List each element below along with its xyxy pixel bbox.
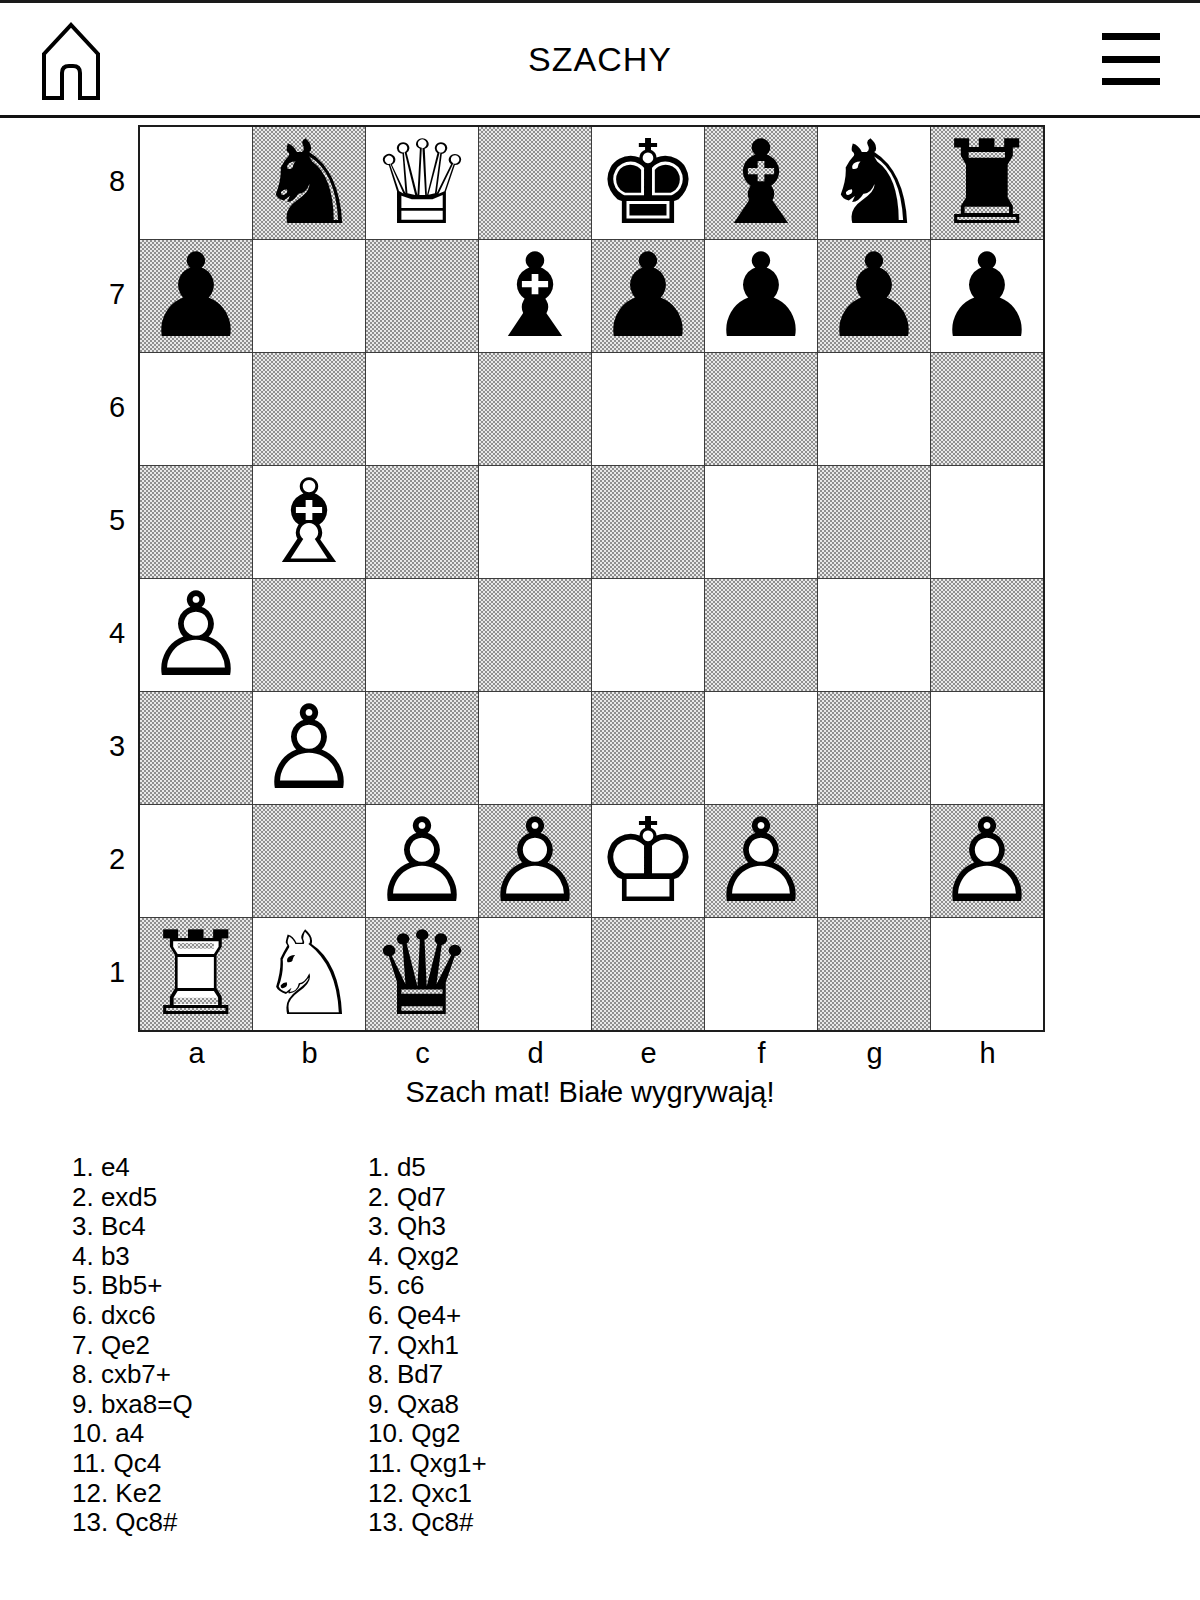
square-b7[interactable] — [253, 240, 365, 352]
white-pawn: ♟♙ — [931, 805, 1043, 917]
move-row: 1. d5 — [368, 1153, 664, 1183]
square-a2[interactable] — [140, 805, 252, 917]
menu-button[interactable] — [1102, 33, 1160, 85]
move-row: 13. Qc8# — [368, 1508, 664, 1538]
square-h6[interactable] — [931, 353, 1043, 465]
square-e2[interactable]: ♚♔ — [592, 805, 704, 917]
square-h8[interactable]: ♜ — [931, 127, 1043, 239]
square-h5[interactable] — [931, 466, 1043, 578]
board-area: 87654321 ♞♛♕♚♝♞♜♟♝♟♟♟♟♝♗♟♙♟♙♟♙♟♙♚♔♟♙♟♙♜♖… — [96, 125, 1200, 1032]
square-d6[interactable] — [479, 353, 591, 465]
square-c3[interactable] — [366, 692, 478, 804]
move-row: 2. Qd7 — [368, 1183, 664, 1213]
square-f6[interactable] — [705, 353, 817, 465]
square-h4[interactable] — [931, 579, 1043, 691]
square-h2[interactable]: ♟♙ — [931, 805, 1043, 917]
square-g1[interactable] — [818, 918, 930, 1030]
square-h3[interactable] — [931, 692, 1043, 804]
rank-label-8: 8 — [96, 125, 138, 238]
square-e1[interactable] — [592, 918, 704, 1030]
white-pawn: ♟♙ — [705, 805, 817, 917]
white-king: ♚♔ — [592, 805, 704, 917]
square-c2[interactable]: ♟♙ — [366, 805, 478, 917]
move-row: 9. bxa8=Q — [72, 1390, 368, 1420]
rank-labels: 87654321 — [96, 125, 138, 1032]
square-g5[interactable] — [818, 466, 930, 578]
rank-label-1: 1 — [96, 916, 138, 1029]
square-b5[interactable]: ♝♗ — [253, 466, 365, 578]
square-f5[interactable] — [705, 466, 817, 578]
move-row: 5. c6 — [368, 1271, 664, 1301]
rank-label-7: 7 — [96, 238, 138, 351]
hamburger-menu-icon — [1102, 33, 1160, 40]
file-label-g: g — [818, 1032, 931, 1074]
rank-label-4: 4 — [96, 577, 138, 690]
black-pawn: ♟ — [931, 240, 1043, 352]
black-pawn: ♟ — [140, 240, 252, 352]
square-d7[interactable]: ♝ — [479, 240, 591, 352]
move-row: 7. Qxh1 — [368, 1331, 664, 1361]
black-knight: ♞ — [818, 127, 930, 239]
square-c5[interactable] — [366, 466, 478, 578]
square-b4[interactable] — [253, 579, 365, 691]
black-pawn: ♟ — [818, 240, 930, 352]
square-d3[interactable] — [479, 692, 591, 804]
square-e4[interactable] — [592, 579, 704, 691]
app-header: SZACHY — [0, 0, 1200, 118]
move-row: 3. Bc4 — [72, 1212, 368, 1242]
white-pawn: ♟♙ — [479, 805, 591, 917]
move-row: 8. cxb7+ — [72, 1360, 368, 1390]
rank-label-2: 2 — [96, 803, 138, 916]
black-king: ♚ — [592, 127, 704, 239]
move-row: 1. e4 — [72, 1153, 368, 1183]
square-f2[interactable]: ♟♙ — [705, 805, 817, 917]
square-e3[interactable] — [592, 692, 704, 804]
chess-board[interactable]: ♞♛♕♚♝♞♜♟♝♟♟♟♟♝♗♟♙♟♙♟♙♟♙♚♔♟♙♟♙♜♖♞♘♛ — [138, 125, 1045, 1032]
square-b2[interactable] — [253, 805, 365, 917]
move-row: 12. Qxc1 — [368, 1479, 664, 1509]
square-b1[interactable]: ♞♘ — [253, 918, 365, 1030]
square-b8[interactable]: ♞ — [253, 127, 365, 239]
white-moves-column: 1. e42. exd53. Bc44. b35. Bb5+6. dxc67. … — [72, 1153, 368, 1538]
black-bishop: ♝ — [479, 240, 591, 352]
square-c6[interactable] — [366, 353, 478, 465]
move-row: 10. a4 — [72, 1419, 368, 1449]
rank-label-6: 6 — [96, 351, 138, 464]
move-row: 6. dxc6 — [72, 1301, 368, 1331]
square-a5[interactable] — [140, 466, 252, 578]
white-pawn: ♟♙ — [366, 805, 478, 917]
move-row: 4. Qxg2 — [368, 1242, 664, 1272]
move-row: 13. Qc8# — [72, 1508, 368, 1538]
square-e6[interactable] — [592, 353, 704, 465]
square-c8[interactable]: ♛♕ — [366, 127, 478, 239]
move-row: 11. Qc4 — [72, 1449, 368, 1479]
rank-label-5: 5 — [96, 464, 138, 577]
move-row: 6. Qe4+ — [368, 1301, 664, 1331]
black-pawn: ♟ — [592, 240, 704, 352]
file-label-h: h — [931, 1032, 1044, 1074]
white-knight: ♞♘ — [253, 918, 365, 1030]
black-bishop: ♝ — [705, 127, 817, 239]
move-row: 11. Qxg1+ — [368, 1449, 664, 1479]
move-row: 12. Ke2 — [72, 1479, 368, 1509]
square-e5[interactable] — [592, 466, 704, 578]
move-list: 1. e42. exd53. Bc44. b35. Bb5+6. dxc67. … — [72, 1153, 1200, 1538]
square-d4[interactable] — [479, 579, 591, 691]
square-g8[interactable]: ♞ — [818, 127, 930, 239]
square-a4[interactable]: ♟♙ — [140, 579, 252, 691]
move-row: 9. Qxa8 — [368, 1390, 664, 1420]
file-label-d: d — [479, 1032, 592, 1074]
white-pawn: ♟♙ — [253, 692, 365, 804]
square-e7[interactable]: ♟ — [592, 240, 704, 352]
file-label-f: f — [705, 1032, 818, 1074]
square-a1[interactable]: ♜♖ — [140, 918, 252, 1030]
move-row: 10. Qg2 — [368, 1419, 664, 1449]
square-f8[interactable]: ♝ — [705, 127, 817, 239]
move-row: 2. exd5 — [72, 1183, 368, 1213]
black-pawn: ♟ — [705, 240, 817, 352]
black-rook: ♜ — [931, 127, 1043, 239]
black-knight: ♞ — [253, 127, 365, 239]
square-f7[interactable]: ♟ — [705, 240, 817, 352]
square-b3[interactable]: ♟♙ — [253, 692, 365, 804]
white-bishop: ♝♗ — [253, 466, 365, 578]
white-pawn: ♟♙ — [140, 579, 252, 691]
square-g7[interactable]: ♟ — [818, 240, 930, 352]
square-a3[interactable] — [140, 692, 252, 804]
file-label-e: e — [592, 1032, 705, 1074]
square-g4[interactable] — [818, 579, 930, 691]
square-d2[interactable]: ♟♙ — [479, 805, 591, 917]
move-row: 5. Bb5+ — [72, 1271, 368, 1301]
square-g3[interactable] — [818, 692, 930, 804]
rank-label-3: 3 — [96, 690, 138, 803]
square-b6[interactable] — [253, 353, 365, 465]
square-h1[interactable] — [931, 918, 1043, 1030]
black-queen: ♛ — [366, 918, 478, 1030]
page-title: SZACHY — [0, 3, 1200, 115]
square-a8[interactable] — [140, 127, 252, 239]
square-f3[interactable] — [705, 692, 817, 804]
move-row: 7. Qe2 — [72, 1331, 368, 1361]
square-e8[interactable]: ♚ — [592, 127, 704, 239]
square-g6[interactable] — [818, 353, 930, 465]
black-moves-column: 1. d52. Qd73. Qh34. Qxg25. c66. Qe4+7. Q… — [368, 1153, 664, 1538]
white-queen: ♛♕ — [366, 127, 478, 239]
square-g2[interactable] — [818, 805, 930, 917]
square-c1[interactable]: ♛ — [366, 918, 478, 1030]
square-d1[interactable] — [479, 918, 591, 1030]
square-a6[interactable] — [140, 353, 252, 465]
square-a7[interactable]: ♟ — [140, 240, 252, 352]
square-c4[interactable] — [366, 579, 478, 691]
move-row: 3. Qh3 — [368, 1212, 664, 1242]
square-f4[interactable] — [705, 579, 817, 691]
square-f1[interactable] — [705, 918, 817, 1030]
move-row: 8. Bd7 — [368, 1360, 664, 1390]
white-rook: ♜♖ — [140, 918, 252, 1030]
square-c7[interactable] — [366, 240, 478, 352]
move-row: 4. b3 — [72, 1242, 368, 1272]
square-d8[interactable] — [479, 127, 591, 239]
square-h7[interactable]: ♟ — [931, 240, 1043, 352]
status-message: Szach mat! Białe wygrywają! — [0, 1076, 1180, 1109]
square-d5[interactable] — [479, 466, 591, 578]
